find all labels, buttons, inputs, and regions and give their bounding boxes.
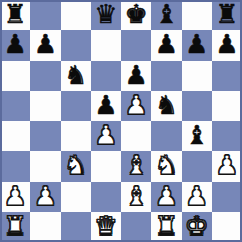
piece-white-knight: ♞ <box>155 152 178 178</box>
piece-white-pawn: ♟ <box>215 152 238 178</box>
piece-black-rook: ♜ <box>3 1 26 27</box>
square-f3[interactable]: ♞ <box>151 151 181 181</box>
square-h7[interactable]: ♟ <box>212 30 242 60</box>
piece-white-bishop: ♝ <box>124 183 147 209</box>
square-c7[interactable] <box>61 30 91 60</box>
piece-black-pawn: ♟ <box>124 62 147 88</box>
piece-black-pawn: ♟ <box>215 31 238 57</box>
square-g8[interactable] <box>182 0 212 30</box>
square-f2[interactable]: ♟ <box>151 182 181 212</box>
square-e2[interactable]: ♝ <box>121 182 151 212</box>
square-e3[interactable]: ♝ <box>121 151 151 181</box>
square-b4[interactable] <box>30 121 60 151</box>
square-c2[interactable] <box>61 182 91 212</box>
square-e4[interactable] <box>121 121 151 151</box>
piece-black-bishop: ♝ <box>185 122 208 148</box>
square-a8[interactable]: ♜ <box>0 0 30 30</box>
piece-white-pawn: ♟ <box>124 92 147 118</box>
square-d7[interactable] <box>91 30 121 60</box>
square-c5[interactable] <box>61 91 91 121</box>
piece-black-king: ♚ <box>124 1 147 27</box>
piece-white-bishop: ♝ <box>124 152 147 178</box>
piece-black-knight: ♞ <box>155 92 178 118</box>
piece-black-pawn: ♟ <box>94 92 117 118</box>
piece-white-pawn: ♟ <box>3 183 26 209</box>
square-f5[interactable]: ♞ <box>151 91 181 121</box>
piece-white-pawn: ♟ <box>185 183 208 209</box>
square-a2[interactable]: ♟ <box>0 182 30 212</box>
square-b3[interactable] <box>30 151 60 181</box>
square-b8[interactable] <box>30 0 60 30</box>
piece-black-knight: ♞ <box>64 62 87 88</box>
square-b2[interactable]: ♟ <box>30 182 60 212</box>
square-g2[interactable]: ♟ <box>182 182 212 212</box>
square-f8[interactable]: ♝ <box>151 0 181 30</box>
square-a3[interactable] <box>0 151 30 181</box>
square-a7[interactable]: ♟ <box>0 30 30 60</box>
square-c1[interactable] <box>61 212 91 242</box>
square-d6[interactable] <box>91 61 121 91</box>
square-b7[interactable]: ♟ <box>30 30 60 60</box>
square-b5[interactable] <box>30 91 60 121</box>
piece-white-pawn: ♟ <box>155 183 178 209</box>
square-h3[interactable]: ♟ <box>212 151 242 181</box>
piece-black-pawn: ♟ <box>3 31 26 57</box>
board-grid: ♜♛♚♝♜♟♟♟♟♟♞♟♟♟♞♟♝♞♝♞♟♟♟♝♟♟♜♛♜♚ <box>0 0 242 242</box>
square-h8[interactable]: ♜ <box>212 0 242 30</box>
square-c8[interactable] <box>61 0 91 30</box>
piece-white-rook: ♜ <box>155 213 178 239</box>
square-h5[interactable] <box>212 91 242 121</box>
square-d2[interactable] <box>91 182 121 212</box>
square-e7[interactable] <box>121 30 151 60</box>
square-g3[interactable] <box>182 151 212 181</box>
square-d4[interactable]: ♟ <box>91 121 121 151</box>
square-h4[interactable] <box>212 121 242 151</box>
square-d8[interactable]: ♛ <box>91 0 121 30</box>
square-a4[interactable] <box>0 121 30 151</box>
square-a1[interactable]: ♜ <box>0 212 30 242</box>
square-g7[interactable]: ♟ <box>182 30 212 60</box>
piece-white-knight: ♞ <box>64 152 87 178</box>
square-g6[interactable] <box>182 61 212 91</box>
square-d5[interactable]: ♟ <box>91 91 121 121</box>
square-g5[interactable] <box>182 91 212 121</box>
square-g4[interactable]: ♝ <box>182 121 212 151</box>
square-b6[interactable] <box>30 61 60 91</box>
chess-board: ♜♛♚♝♜♟♟♟♟♟♞♟♟♟♞♟♝♞♝♞♟♟♟♝♟♟♜♛♜♚ <box>0 0 242 242</box>
square-g1[interactable]: ♚ <box>182 212 212 242</box>
square-c6[interactable]: ♞ <box>61 61 91 91</box>
square-a5[interactable] <box>0 91 30 121</box>
square-e6[interactable]: ♟ <box>121 61 151 91</box>
square-h2[interactable] <box>212 182 242 212</box>
piece-white-king: ♚ <box>185 213 208 239</box>
piece-white-queen: ♛ <box>94 213 117 239</box>
piece-black-rook: ♜ <box>215 1 238 27</box>
square-h1[interactable] <box>212 212 242 242</box>
square-f6[interactable] <box>151 61 181 91</box>
square-c3[interactable]: ♞ <box>61 151 91 181</box>
square-f1[interactable]: ♜ <box>151 212 181 242</box>
piece-black-queen: ♛ <box>94 1 117 27</box>
square-e5[interactable]: ♟ <box>121 91 151 121</box>
square-d3[interactable] <box>91 151 121 181</box>
square-d1[interactable]: ♛ <box>91 212 121 242</box>
piece-white-pawn: ♟ <box>94 122 117 148</box>
piece-black-pawn: ♟ <box>185 31 208 57</box>
square-h6[interactable] <box>212 61 242 91</box>
square-a6[interactable] <box>0 61 30 91</box>
square-b1[interactable] <box>30 212 60 242</box>
square-f4[interactable] <box>151 121 181 151</box>
piece-white-rook: ♜ <box>3 213 26 239</box>
square-e1[interactable] <box>121 212 151 242</box>
square-f7[interactable]: ♟ <box>151 30 181 60</box>
piece-black-pawn: ♟ <box>155 31 178 57</box>
piece-black-pawn: ♟ <box>34 31 57 57</box>
piece-white-pawn: ♟ <box>34 183 57 209</box>
piece-black-bishop: ♝ <box>155 1 178 27</box>
square-c4[interactable] <box>61 121 91 151</box>
square-e8[interactable]: ♚ <box>121 0 151 30</box>
